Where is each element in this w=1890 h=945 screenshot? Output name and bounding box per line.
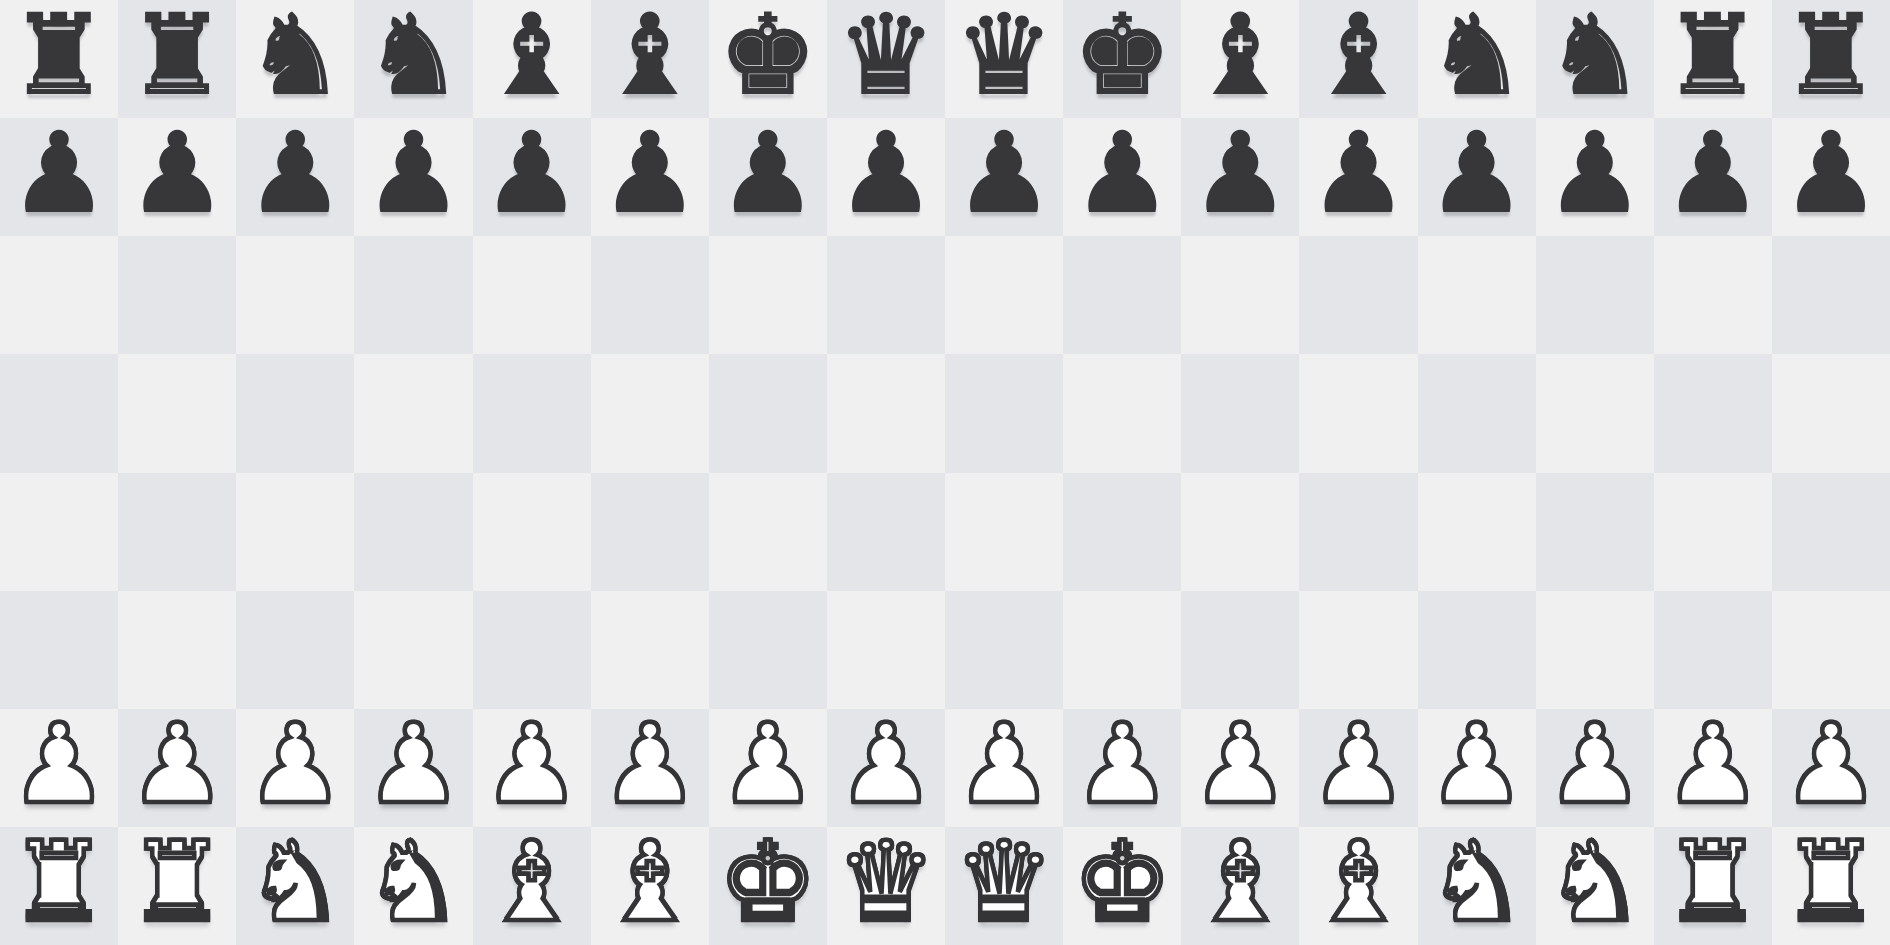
piece-white-pawn[interactable]: ♟ xyxy=(128,709,227,819)
square-n5[interactable] xyxy=(1536,354,1654,472)
piece-black-rook[interactable]: ♜ xyxy=(10,0,109,110)
square-f7[interactable]: ♟ xyxy=(591,118,709,236)
square-j8[interactable]: ♚ xyxy=(1063,0,1181,118)
square-i4[interactable] xyxy=(945,473,1063,591)
square-e4[interactable] xyxy=(473,473,591,591)
square-p5[interactable] xyxy=(1772,354,1890,472)
square-d8[interactable]: ♞ xyxy=(354,0,472,118)
square-j1[interactable]: ♚ xyxy=(1063,827,1181,945)
square-i6[interactable] xyxy=(945,236,1063,354)
square-e8[interactable]: ♝ xyxy=(473,0,591,118)
square-e5[interactable] xyxy=(473,354,591,472)
square-j4[interactable] xyxy=(1063,473,1181,591)
piece-black-pawn[interactable]: ♟ xyxy=(955,118,1054,228)
piece-black-pawn[interactable]: ♟ xyxy=(482,118,581,228)
piece-white-bishop[interactable]: ♝ xyxy=(1309,827,1408,937)
square-h6[interactable] xyxy=(827,236,945,354)
square-c4[interactable] xyxy=(236,473,354,591)
piece-white-pawn[interactable]: ♟ xyxy=(1073,709,1172,819)
square-o5[interactable] xyxy=(1654,354,1772,472)
piece-white-knight[interactable]: ♞ xyxy=(246,827,345,937)
piece-white-knight[interactable]: ♞ xyxy=(364,827,463,937)
square-g8[interactable]: ♚ xyxy=(709,0,827,118)
square-a4[interactable] xyxy=(0,473,118,591)
square-o6[interactable] xyxy=(1654,236,1772,354)
piece-white-pawn[interactable]: ♟ xyxy=(1191,709,1290,819)
piece-black-pawn[interactable]: ♟ xyxy=(1309,118,1408,228)
square-b7[interactable]: ♟ xyxy=(118,118,236,236)
piece-black-bishop[interactable]: ♝ xyxy=(1309,0,1408,110)
piece-black-queen[interactable]: ♛ xyxy=(955,0,1054,110)
square-d4[interactable] xyxy=(354,473,472,591)
square-g7[interactable]: ♟ xyxy=(709,118,827,236)
piece-black-queen[interactable]: ♛ xyxy=(837,0,936,110)
piece-black-knight[interactable]: ♞ xyxy=(364,0,463,110)
square-e6[interactable] xyxy=(473,236,591,354)
square-m1[interactable]: ♞ xyxy=(1418,827,1536,945)
square-d1[interactable]: ♞ xyxy=(354,827,472,945)
square-e7[interactable]: ♟ xyxy=(473,118,591,236)
square-c8[interactable]: ♞ xyxy=(236,0,354,118)
piece-black-bishop[interactable]: ♝ xyxy=(1191,0,1290,110)
piece-white-pawn[interactable]: ♟ xyxy=(10,709,109,819)
square-a8[interactable]: ♜ xyxy=(0,0,118,118)
square-j5[interactable] xyxy=(1063,354,1181,472)
square-f3[interactable] xyxy=(591,591,709,709)
square-e1[interactable]: ♝ xyxy=(473,827,591,945)
square-j3[interactable] xyxy=(1063,591,1181,709)
piece-white-knight[interactable]: ♞ xyxy=(1427,827,1526,937)
piece-black-pawn[interactable]: ♟ xyxy=(1782,118,1881,228)
piece-white-rook[interactable]: ♜ xyxy=(10,827,109,937)
square-f2[interactable]: ♟ xyxy=(591,709,709,827)
square-o1[interactable]: ♜ xyxy=(1654,827,1772,945)
piece-white-pawn[interactable]: ♟ xyxy=(1309,709,1408,819)
square-c1[interactable]: ♞ xyxy=(236,827,354,945)
square-c2[interactable]: ♟ xyxy=(236,709,354,827)
square-j2[interactable]: ♟ xyxy=(1063,709,1181,827)
piece-black-knight[interactable]: ♞ xyxy=(1545,0,1644,110)
square-l1[interactable]: ♝ xyxy=(1299,827,1417,945)
square-p4[interactable] xyxy=(1772,473,1890,591)
square-g6[interactable] xyxy=(709,236,827,354)
square-l7[interactable]: ♟ xyxy=(1299,118,1417,236)
square-b4[interactable] xyxy=(118,473,236,591)
square-m8[interactable]: ♞ xyxy=(1418,0,1536,118)
square-d6[interactable] xyxy=(354,236,472,354)
square-o7[interactable]: ♟ xyxy=(1654,118,1772,236)
square-d7[interactable]: ♟ xyxy=(354,118,472,236)
piece-white-bishop[interactable]: ♝ xyxy=(1191,827,1290,937)
square-e2[interactable]: ♟ xyxy=(473,709,591,827)
square-c3[interactable] xyxy=(236,591,354,709)
square-i7[interactable]: ♟ xyxy=(945,118,1063,236)
square-b5[interactable] xyxy=(118,354,236,472)
piece-black-bishop[interactable]: ♝ xyxy=(482,0,581,110)
square-g4[interactable] xyxy=(709,473,827,591)
piece-white-pawn[interactable]: ♟ xyxy=(364,709,463,819)
square-k5[interactable] xyxy=(1181,354,1299,472)
piece-black-king[interactable]: ♚ xyxy=(719,0,818,110)
piece-black-king[interactable]: ♚ xyxy=(1073,0,1172,110)
square-d5[interactable] xyxy=(354,354,472,472)
square-p6[interactable] xyxy=(1772,236,1890,354)
square-p2[interactable]: ♟ xyxy=(1772,709,1890,827)
square-m2[interactable]: ♟ xyxy=(1418,709,1536,827)
square-m7[interactable]: ♟ xyxy=(1418,118,1536,236)
square-h2[interactable]: ♟ xyxy=(827,709,945,827)
square-a5[interactable] xyxy=(0,354,118,472)
square-d2[interactable]: ♟ xyxy=(354,709,472,827)
piece-white-pawn[interactable]: ♟ xyxy=(482,709,581,819)
square-i3[interactable] xyxy=(945,591,1063,709)
square-g5[interactable] xyxy=(709,354,827,472)
piece-black-rook[interactable]: ♜ xyxy=(1782,0,1881,110)
square-h3[interactable] xyxy=(827,591,945,709)
square-p1[interactable]: ♜ xyxy=(1772,827,1890,945)
square-p7[interactable]: ♟ xyxy=(1772,118,1890,236)
piece-black-pawn[interactable]: ♟ xyxy=(10,118,109,228)
square-i8[interactable]: ♛ xyxy=(945,0,1063,118)
square-l5[interactable] xyxy=(1299,354,1417,472)
piece-white-rook[interactable]: ♜ xyxy=(1782,827,1881,937)
square-i1[interactable]: ♛ xyxy=(945,827,1063,945)
piece-black-pawn[interactable]: ♟ xyxy=(719,118,818,228)
square-m5[interactable] xyxy=(1418,354,1536,472)
square-e3[interactable] xyxy=(473,591,591,709)
square-a7[interactable]: ♟ xyxy=(0,118,118,236)
piece-black-pawn[interactable]: ♟ xyxy=(1427,118,1526,228)
square-a2[interactable]: ♟ xyxy=(0,709,118,827)
piece-black-pawn[interactable]: ♟ xyxy=(1073,118,1172,228)
piece-black-knight[interactable]: ♞ xyxy=(246,0,345,110)
piece-white-pawn[interactable]: ♟ xyxy=(955,709,1054,819)
piece-white-rook[interactable]: ♜ xyxy=(128,827,227,937)
piece-black-pawn[interactable]: ♟ xyxy=(1545,118,1644,228)
piece-black-pawn[interactable]: ♟ xyxy=(246,118,345,228)
square-l6[interactable] xyxy=(1299,236,1417,354)
square-c6[interactable] xyxy=(236,236,354,354)
square-i2[interactable]: ♟ xyxy=(945,709,1063,827)
square-g3[interactable] xyxy=(709,591,827,709)
square-j6[interactable] xyxy=(1063,236,1181,354)
piece-white-pawn[interactable]: ♟ xyxy=(1545,709,1644,819)
square-l4[interactable] xyxy=(1299,473,1417,591)
square-n3[interactable] xyxy=(1536,591,1654,709)
square-k8[interactable]: ♝ xyxy=(1181,0,1299,118)
piece-black-pawn[interactable]: ♟ xyxy=(1664,118,1763,228)
piece-white-rook[interactable]: ♜ xyxy=(1664,827,1763,937)
square-f6[interactable] xyxy=(591,236,709,354)
square-k6[interactable] xyxy=(1181,236,1299,354)
piece-black-pawn[interactable]: ♟ xyxy=(128,118,227,228)
piece-white-queen[interactable]: ♛ xyxy=(955,827,1054,937)
piece-white-pawn[interactable]: ♟ xyxy=(1664,709,1763,819)
square-o2[interactable]: ♟ xyxy=(1654,709,1772,827)
square-g2[interactable]: ♟ xyxy=(709,709,827,827)
square-b6[interactable] xyxy=(118,236,236,354)
square-n1[interactable]: ♞ xyxy=(1536,827,1654,945)
piece-white-pawn[interactable]: ♟ xyxy=(1427,709,1526,819)
square-o3[interactable] xyxy=(1654,591,1772,709)
piece-black-pawn[interactable]: ♟ xyxy=(837,118,936,228)
square-j7[interactable]: ♟ xyxy=(1063,118,1181,236)
square-c5[interactable] xyxy=(236,354,354,472)
square-b8[interactable]: ♜ xyxy=(118,0,236,118)
piece-black-pawn[interactable]: ♟ xyxy=(600,118,699,228)
piece-white-bishop[interactable]: ♝ xyxy=(482,827,581,937)
piece-white-pawn[interactable]: ♟ xyxy=(600,709,699,819)
square-k2[interactable]: ♟ xyxy=(1181,709,1299,827)
square-l3[interactable] xyxy=(1299,591,1417,709)
square-l8[interactable]: ♝ xyxy=(1299,0,1417,118)
square-k3[interactable] xyxy=(1181,591,1299,709)
square-n6[interactable] xyxy=(1536,236,1654,354)
square-p3[interactable] xyxy=(1772,591,1890,709)
piece-white-queen[interactable]: ♛ xyxy=(837,827,936,937)
piece-black-rook[interactable]: ♜ xyxy=(1664,0,1763,110)
square-h1[interactable]: ♛ xyxy=(827,827,945,945)
square-h4[interactable] xyxy=(827,473,945,591)
piece-white-pawn[interactable]: ♟ xyxy=(1782,709,1881,819)
square-p8[interactable]: ♜ xyxy=(1772,0,1890,118)
piece-white-knight[interactable]: ♞ xyxy=(1545,827,1644,937)
square-b3[interactable] xyxy=(118,591,236,709)
square-l2[interactable]: ♟ xyxy=(1299,709,1417,827)
square-f5[interactable] xyxy=(591,354,709,472)
square-k1[interactable]: ♝ xyxy=(1181,827,1299,945)
piece-white-pawn[interactable]: ♟ xyxy=(246,709,345,819)
piece-black-pawn[interactable]: ♟ xyxy=(1191,118,1290,228)
square-b1[interactable]: ♜ xyxy=(118,827,236,945)
square-n2[interactable]: ♟ xyxy=(1536,709,1654,827)
piece-white-bishop[interactable]: ♝ xyxy=(600,827,699,937)
square-m6[interactable] xyxy=(1418,236,1536,354)
square-k7[interactable]: ♟ xyxy=(1181,118,1299,236)
piece-white-king[interactable]: ♚ xyxy=(719,827,818,937)
square-g1[interactable]: ♚ xyxy=(709,827,827,945)
piece-white-king[interactable]: ♚ xyxy=(1073,827,1172,937)
square-a6[interactable] xyxy=(0,236,118,354)
square-o4[interactable] xyxy=(1654,473,1772,591)
square-o8[interactable]: ♜ xyxy=(1654,0,1772,118)
piece-white-pawn[interactable]: ♟ xyxy=(719,709,818,819)
square-n8[interactable]: ♞ xyxy=(1536,0,1654,118)
piece-black-rook[interactable]: ♜ xyxy=(128,0,227,110)
square-d3[interactable] xyxy=(354,591,472,709)
square-k4[interactable] xyxy=(1181,473,1299,591)
square-f1[interactable]: ♝ xyxy=(591,827,709,945)
square-c7[interactable]: ♟ xyxy=(236,118,354,236)
piece-white-pawn[interactable]: ♟ xyxy=(837,709,936,819)
square-h5[interactable] xyxy=(827,354,945,472)
square-f8[interactable]: ♝ xyxy=(591,0,709,118)
square-h8[interactable]: ♛ xyxy=(827,0,945,118)
square-h7[interactable]: ♟ xyxy=(827,118,945,236)
square-m4[interactable] xyxy=(1418,473,1536,591)
square-m3[interactable] xyxy=(1418,591,1536,709)
square-b2[interactable]: ♟ xyxy=(118,709,236,827)
chess-board: ♜♜♞♞♝♝♚♛♛♚♝♝♞♞♜♜♟♟♟♟♟♟♟♟♟♟♟♟♟♟♟♟♟♟♟♟♟♟♟♟… xyxy=(0,0,1890,945)
square-n4[interactable] xyxy=(1536,473,1654,591)
piece-black-knight[interactable]: ♞ xyxy=(1427,0,1526,110)
square-f4[interactable] xyxy=(591,473,709,591)
square-i5[interactable] xyxy=(945,354,1063,472)
square-a1[interactable]: ♜ xyxy=(0,827,118,945)
piece-black-bishop[interactable]: ♝ xyxy=(600,0,699,110)
square-n7[interactable]: ♟ xyxy=(1536,118,1654,236)
piece-black-pawn[interactable]: ♟ xyxy=(364,118,463,228)
square-a3[interactable] xyxy=(0,591,118,709)
